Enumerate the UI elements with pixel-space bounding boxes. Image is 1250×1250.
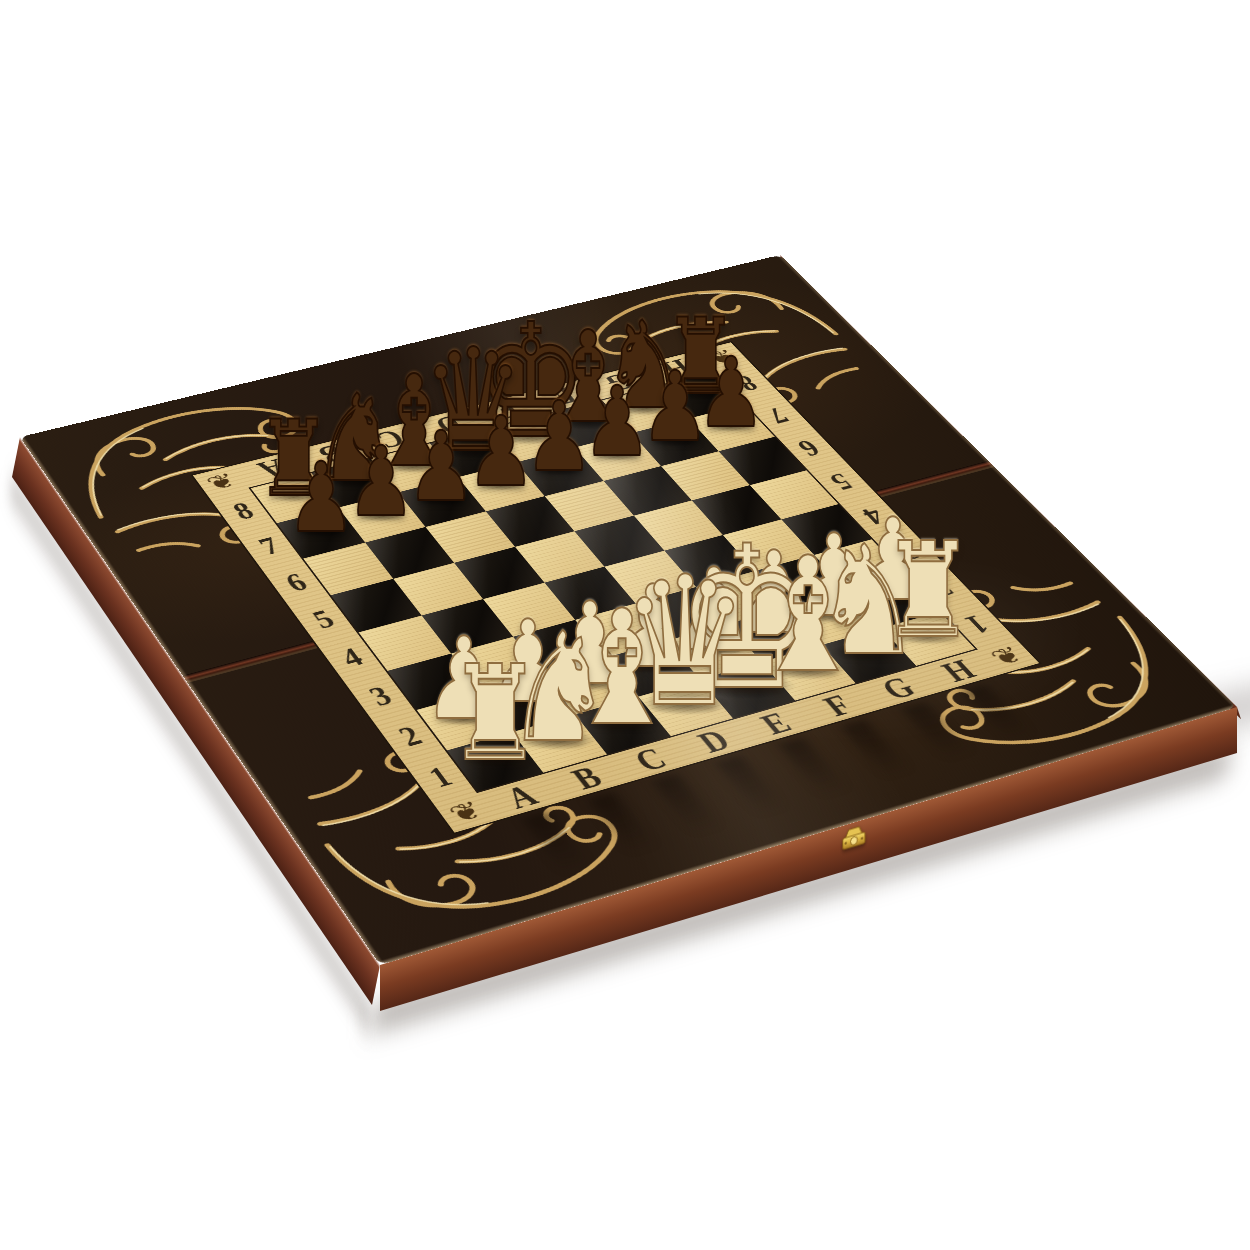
- product-photo-scene: AABBCCDDEEFFGGHH8877665544332211❦❦❦❦ ♜♞♝…: [0, 0, 1250, 1250]
- gloss-reflection: [715, 755, 785, 816]
- brass-clasp-icon: [838, 821, 869, 858]
- gloss-reflection: [652, 774, 722, 836]
- board-box-top: AABBCCDDEEFFGGHH8877665544332211❦❦❦❦: [20, 255, 1237, 965]
- gloss-reflection: [778, 737, 849, 797]
